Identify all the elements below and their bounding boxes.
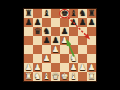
white-bishop: ♝ bbox=[42, 72, 51, 81]
white-queen: ♛ bbox=[51, 72, 60, 81]
square-f1[interactable]: ♝ bbox=[69, 72, 78, 81]
square-f7[interactable]: ♟ bbox=[69, 18, 78, 27]
square-g1[interactable] bbox=[78, 72, 87, 81]
black-pawn: ♟ bbox=[42, 36, 51, 45]
black-queen: ♛ bbox=[33, 27, 42, 36]
square-f5[interactable] bbox=[69, 36, 78, 45]
square-a1[interactable]: ♜ bbox=[24, 72, 33, 81]
square-g4[interactable] bbox=[78, 45, 87, 54]
square-h5[interactable] bbox=[87, 36, 96, 45]
white-pawn: ♟ bbox=[42, 54, 51, 63]
square-d4[interactable]: ♟ bbox=[51, 45, 60, 54]
square-b1[interactable]: ♞ bbox=[33, 72, 42, 81]
square-d7[interactable] bbox=[51, 18, 60, 27]
square-e8[interactable]: ♚ bbox=[60, 9, 69, 18]
square-g6[interactable] bbox=[78, 27, 87, 36]
white-rook: ♜ bbox=[24, 72, 33, 81]
square-g2[interactable]: ♟ bbox=[78, 63, 87, 72]
square-b6[interactable]: ♛ bbox=[33, 27, 42, 36]
chess-board[interactable]: ♜♝♚♝♞♜♟♟♟♟♟♛♞♟♟♟♟♟♟♞♟♟♟♟♟♜♞♝♛♚♝♜ bbox=[24, 9, 96, 81]
square-f6[interactable] bbox=[69, 27, 78, 36]
square-e3[interactable] bbox=[60, 54, 69, 63]
square-h4[interactable] bbox=[87, 45, 96, 54]
black-pawn: ♟ bbox=[24, 18, 33, 27]
square-e4[interactable] bbox=[60, 45, 69, 54]
black-pawn: ♟ bbox=[87, 18, 96, 27]
white-pawn: ♟ bbox=[78, 63, 87, 72]
square-d8[interactable] bbox=[51, 9, 60, 18]
square-b4[interactable] bbox=[33, 45, 42, 54]
letterbox-background: ♜♝♚♝♞♜♟♟♟♟♟♛♞♟♟♟♟♟♟♞♟♟♟♟♟♜♞♝♛♚♝♜ bbox=[0, 0, 120, 90]
square-c8[interactable]: ♝ bbox=[42, 9, 51, 18]
square-e1[interactable]: ♚ bbox=[60, 72, 69, 81]
square-a6[interactable] bbox=[24, 27, 33, 36]
square-h1[interactable]: ♜ bbox=[87, 72, 96, 81]
white-rook: ♜ bbox=[87, 72, 96, 81]
square-a5[interactable] bbox=[24, 36, 33, 45]
black-pawn: ♟ bbox=[78, 18, 87, 27]
square-c1[interactable]: ♝ bbox=[42, 72, 51, 81]
square-d3[interactable] bbox=[51, 54, 60, 63]
white-bishop: ♝ bbox=[69, 72, 78, 81]
white-knight: ♞ bbox=[33, 72, 42, 81]
white-pawn: ♟ bbox=[51, 45, 60, 54]
square-g7[interactable]: ♟ bbox=[78, 18, 87, 27]
square-h7[interactable]: ♟ bbox=[87, 18, 96, 27]
square-b5[interactable] bbox=[33, 36, 42, 45]
square-h6[interactable] bbox=[87, 27, 96, 36]
square-a7[interactable]: ♟ bbox=[24, 18, 33, 27]
square-d1[interactable]: ♛ bbox=[51, 72, 60, 81]
white-king: ♚ bbox=[60, 72, 69, 81]
black-pawn: ♟ bbox=[69, 18, 78, 27]
black-bishop: ♝ bbox=[42, 9, 51, 18]
square-a4[interactable] bbox=[24, 45, 33, 54]
square-c3[interactable]: ♟ bbox=[42, 54, 51, 63]
black-king: ♚ bbox=[60, 9, 69, 18]
square-c5[interactable]: ♟ bbox=[42, 36, 51, 45]
white-pawn: ♟ bbox=[60, 36, 69, 45]
square-e5[interactable]: ♟ bbox=[60, 36, 69, 45]
square-g5[interactable] bbox=[78, 36, 87, 45]
